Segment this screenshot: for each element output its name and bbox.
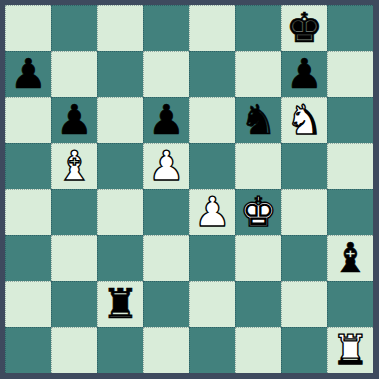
square-f5[interactable] [235, 143, 281, 189]
square-h1[interactable]: ♜ [327, 327, 373, 373]
square-c7[interactable] [97, 51, 143, 97]
square-f1[interactable] [235, 327, 281, 373]
square-d3[interactable] [143, 235, 189, 281]
square-f2[interactable] [235, 281, 281, 327]
square-g7[interactable]: ♟ [281, 51, 327, 97]
square-a6[interactable] [5, 97, 51, 143]
square-f4[interactable]: ♚ [235, 189, 281, 235]
piece-white-pawn[interactable]: ♟ [148, 143, 185, 189]
square-a3[interactable] [5, 235, 51, 281]
square-g8[interactable]: ♚ [281, 5, 327, 51]
square-g2[interactable] [281, 281, 327, 327]
square-c1[interactable] [97, 327, 143, 373]
square-d7[interactable] [143, 51, 189, 97]
square-c4[interactable] [97, 189, 143, 235]
square-c5[interactable] [97, 143, 143, 189]
square-g5[interactable] [281, 143, 327, 189]
square-e8[interactable] [189, 5, 235, 51]
square-h4[interactable] [327, 189, 373, 235]
piece-black-rook[interactable]: ♜ [102, 281, 139, 327]
square-d2[interactable] [143, 281, 189, 327]
square-e6[interactable] [189, 97, 235, 143]
square-f7[interactable] [235, 51, 281, 97]
square-b4[interactable] [51, 189, 97, 235]
square-c3[interactable] [97, 235, 143, 281]
square-b1[interactable] [51, 327, 97, 373]
square-b2[interactable] [51, 281, 97, 327]
piece-black-knight[interactable]: ♞ [240, 97, 277, 143]
piece-white-knight[interactable]: ♞ [286, 97, 323, 143]
square-c2[interactable]: ♜ [97, 281, 143, 327]
piece-black-pawn[interactable]: ♟ [56, 97, 93, 143]
piece-black-pawn[interactable]: ♟ [286, 51, 323, 97]
square-b7[interactable] [51, 51, 97, 97]
piece-white-rook[interactable]: ♜ [332, 327, 369, 373]
square-h6[interactable] [327, 97, 373, 143]
square-a1[interactable] [5, 327, 51, 373]
square-a8[interactable] [5, 5, 51, 51]
piece-black-pawn[interactable]: ♟ [148, 97, 185, 143]
piece-white-bishop[interactable]: ♝ [56, 143, 93, 189]
square-c8[interactable] [97, 5, 143, 51]
square-e5[interactable] [189, 143, 235, 189]
square-b5[interactable]: ♝ [51, 143, 97, 189]
square-g6[interactable]: ♞ [281, 97, 327, 143]
square-g4[interactable] [281, 189, 327, 235]
square-g1[interactable] [281, 327, 327, 373]
square-h3[interactable]: ♝ [327, 235, 373, 281]
piece-white-pawn[interactable]: ♟ [194, 189, 231, 235]
square-a5[interactable] [5, 143, 51, 189]
square-d5[interactable]: ♟ [143, 143, 189, 189]
piece-black-king[interactable]: ♚ [286, 5, 323, 51]
square-f3[interactable] [235, 235, 281, 281]
square-g3[interactable] [281, 235, 327, 281]
square-h8[interactable] [327, 5, 373, 51]
square-d8[interactable] [143, 5, 189, 51]
square-h5[interactable] [327, 143, 373, 189]
piece-black-pawn[interactable]: ♟ [10, 51, 47, 97]
piece-black-bishop[interactable]: ♝ [332, 235, 369, 281]
square-e3[interactable] [189, 235, 235, 281]
square-d1[interactable] [143, 327, 189, 373]
square-e4[interactable]: ♟ [189, 189, 235, 235]
square-a4[interactable] [5, 189, 51, 235]
square-f8[interactable] [235, 5, 281, 51]
board-frame: ♚♟♟♟♟♞♞♝♟♟♚♝♜♜ [0, 0, 379, 379]
chess-board: ♚♟♟♟♟♞♞♝♟♟♚♝♜♜ [5, 5, 373, 373]
piece-white-king[interactable]: ♚ [240, 189, 277, 235]
square-d4[interactable] [143, 189, 189, 235]
square-c6[interactable] [97, 97, 143, 143]
square-b6[interactable]: ♟ [51, 97, 97, 143]
square-h7[interactable] [327, 51, 373, 97]
square-h2[interactable] [327, 281, 373, 327]
square-e2[interactable] [189, 281, 235, 327]
square-a2[interactable] [5, 281, 51, 327]
square-b3[interactable] [51, 235, 97, 281]
square-f6[interactable]: ♞ [235, 97, 281, 143]
square-d6[interactable]: ♟ [143, 97, 189, 143]
square-e7[interactable] [189, 51, 235, 97]
square-b8[interactable] [51, 5, 97, 51]
square-a7[interactable]: ♟ [5, 51, 51, 97]
square-e1[interactable] [189, 327, 235, 373]
